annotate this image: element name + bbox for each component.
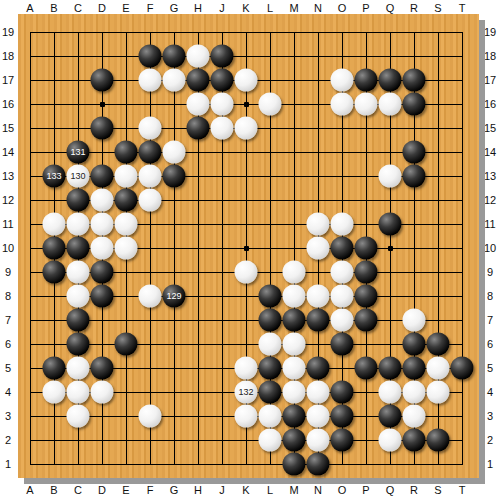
black-stone xyxy=(403,141,426,164)
black-stone xyxy=(43,357,66,380)
column-label: N xyxy=(308,3,328,14)
row-label: 13 xyxy=(480,171,500,182)
black-stone xyxy=(307,357,330,380)
black-stone xyxy=(403,357,426,380)
column-label: E xyxy=(116,3,136,14)
white-stone xyxy=(67,213,90,236)
white-stone xyxy=(379,429,402,452)
white-stone xyxy=(115,237,138,260)
white-stone xyxy=(235,357,258,380)
black-stone xyxy=(67,309,90,332)
white-stone xyxy=(379,93,402,116)
white-stone xyxy=(307,285,330,308)
column-label: G xyxy=(164,3,184,14)
black-stone xyxy=(259,285,282,308)
black-stone xyxy=(187,69,210,92)
move-number-label: 131 xyxy=(70,148,85,157)
row-label: 2 xyxy=(480,435,500,446)
black-stone xyxy=(427,333,450,356)
white-stone xyxy=(91,381,114,404)
row-label: 10 xyxy=(480,243,500,254)
white-stone xyxy=(43,213,66,236)
column-label: O xyxy=(332,485,352,496)
column-label: C xyxy=(68,3,88,14)
column-label: B xyxy=(44,3,64,14)
row-label: 18 xyxy=(0,51,18,62)
black-stone xyxy=(67,333,90,356)
white-stone xyxy=(163,141,186,164)
column-label: H xyxy=(188,485,208,496)
white-stone xyxy=(307,429,330,452)
star-point xyxy=(244,102,249,107)
white-stone xyxy=(211,93,234,116)
white-stone xyxy=(379,381,402,404)
white-stone xyxy=(331,261,354,284)
white-stone xyxy=(211,117,234,140)
white-stone xyxy=(379,165,402,188)
white-stone xyxy=(259,93,282,116)
white-stone xyxy=(331,69,354,92)
white-stone xyxy=(283,285,306,308)
white-stone xyxy=(403,381,426,404)
row-label: 19 xyxy=(480,27,500,38)
black-stone xyxy=(259,309,282,332)
row-label: 14 xyxy=(0,147,18,158)
white-stone xyxy=(259,405,282,428)
grid-line-vertical xyxy=(462,32,463,465)
column-label: A xyxy=(20,485,40,496)
column-label: F xyxy=(140,485,160,496)
white-stone xyxy=(355,93,378,116)
black-stone xyxy=(307,453,330,476)
black-stone xyxy=(283,405,306,428)
row-label: 17 xyxy=(480,75,500,86)
column-label: J xyxy=(212,485,232,496)
black-stone xyxy=(115,333,138,356)
black-stone xyxy=(355,285,378,308)
column-label: S xyxy=(428,485,448,496)
row-label: 11 xyxy=(480,219,500,230)
white-stone xyxy=(139,285,162,308)
row-label: 18 xyxy=(480,51,500,62)
black-stone xyxy=(283,453,306,476)
column-label: Q xyxy=(380,485,400,496)
row-label: 4 xyxy=(0,387,18,398)
black-stone xyxy=(91,285,114,308)
row-label: 17 xyxy=(0,75,18,86)
row-label: 8 xyxy=(480,291,500,302)
row-label: 19 xyxy=(0,27,18,38)
column-label: P xyxy=(356,485,376,496)
white-stone xyxy=(283,357,306,380)
black-stone xyxy=(163,165,186,188)
black-stone xyxy=(211,69,234,92)
white-stone xyxy=(307,381,330,404)
white-stone xyxy=(331,285,354,308)
column-label: G xyxy=(164,485,184,496)
row-label: 5 xyxy=(480,363,500,374)
black-stone xyxy=(403,69,426,92)
move-number-label: 130 xyxy=(70,172,85,181)
white-stone xyxy=(187,45,210,68)
row-label: 12 xyxy=(480,195,500,206)
black-stone xyxy=(379,405,402,428)
row-label: 14 xyxy=(480,147,500,158)
column-label: Q xyxy=(380,3,400,14)
black-stone: 131 xyxy=(67,141,90,164)
column-label: L xyxy=(260,3,280,14)
black-stone xyxy=(91,117,114,140)
black-stone xyxy=(91,69,114,92)
white-stone xyxy=(331,213,354,236)
row-label: 9 xyxy=(480,267,500,278)
black-stone xyxy=(115,141,138,164)
black-stone xyxy=(91,165,114,188)
black-stone xyxy=(355,261,378,284)
column-label: J xyxy=(212,3,232,14)
black-stone xyxy=(451,357,474,380)
white-stone xyxy=(403,405,426,428)
black-stone xyxy=(259,357,282,380)
white-stone xyxy=(307,405,330,428)
black-stone xyxy=(139,141,162,164)
go-diagram: ABCDEFGHJKLMNOPQRST ABCDEFGHJKLMNOPQRST … xyxy=(0,0,500,500)
column-label: K xyxy=(236,485,256,496)
column-label: R xyxy=(404,485,424,496)
black-stone xyxy=(259,381,282,404)
star-point xyxy=(100,102,105,107)
white-stone xyxy=(235,405,258,428)
black-stone xyxy=(379,357,402,380)
white-stone xyxy=(139,117,162,140)
black-stone xyxy=(379,213,402,236)
black-stone xyxy=(91,357,114,380)
white-stone xyxy=(139,69,162,92)
column-label: F xyxy=(140,3,160,14)
black-stone xyxy=(331,237,354,260)
row-label: 7 xyxy=(480,315,500,326)
white-stone xyxy=(139,165,162,188)
white-stone xyxy=(187,93,210,116)
row-label: 1 xyxy=(480,459,500,470)
column-label: R xyxy=(404,3,424,14)
white-stone xyxy=(67,261,90,284)
white-stone xyxy=(235,117,258,140)
black-stone xyxy=(67,237,90,260)
white-stone xyxy=(307,213,330,236)
black-stone xyxy=(283,309,306,332)
row-label: 6 xyxy=(480,339,500,350)
column-label: D xyxy=(92,3,112,14)
column-label: K xyxy=(236,3,256,14)
row-label: 3 xyxy=(480,411,500,422)
white-stone xyxy=(91,189,114,212)
black-stone xyxy=(331,429,354,452)
row-label: 11 xyxy=(0,219,18,230)
black-stone xyxy=(355,237,378,260)
white-stone xyxy=(283,333,306,356)
column-label: D xyxy=(92,485,112,496)
black-stone xyxy=(403,333,426,356)
black-stone: 133 xyxy=(43,165,66,188)
black-stone xyxy=(283,429,306,452)
black-stone xyxy=(355,357,378,380)
black-stone xyxy=(331,381,354,404)
white-stone xyxy=(259,429,282,452)
black-stone xyxy=(403,165,426,188)
black-stone xyxy=(331,405,354,428)
column-label: H xyxy=(188,3,208,14)
row-label: 1 xyxy=(0,459,18,470)
row-label: 16 xyxy=(480,99,500,110)
column-label: T xyxy=(452,485,472,496)
column-label: S xyxy=(428,3,448,14)
black-stone xyxy=(43,261,66,284)
white-stone xyxy=(91,237,114,260)
white-stone xyxy=(67,381,90,404)
row-label: 15 xyxy=(0,123,18,134)
black-stone xyxy=(91,261,114,284)
white-stone xyxy=(403,309,426,332)
column-label: M xyxy=(284,485,304,496)
row-label: 16 xyxy=(0,99,18,110)
column-label: P xyxy=(356,3,376,14)
white-stone xyxy=(283,261,306,284)
column-label: O xyxy=(332,3,352,14)
white-stone xyxy=(331,309,354,332)
black-stone xyxy=(163,45,186,68)
white-stone xyxy=(235,69,258,92)
white-stone xyxy=(67,357,90,380)
row-label: 15 xyxy=(480,123,500,134)
black-stone xyxy=(43,237,66,260)
black-stone xyxy=(211,45,234,68)
black-stone: 129 xyxy=(163,285,186,308)
move-number-label: 133 xyxy=(46,172,61,181)
row-label: 6 xyxy=(0,339,18,350)
black-stone xyxy=(187,117,210,140)
row-label: 9 xyxy=(0,267,18,278)
white-stone xyxy=(139,189,162,212)
white-stone xyxy=(163,69,186,92)
move-number-label: 129 xyxy=(166,292,181,301)
grid-line-vertical xyxy=(30,32,31,465)
black-stone xyxy=(355,69,378,92)
black-stone xyxy=(139,45,162,68)
black-stone xyxy=(67,189,90,212)
column-label: T xyxy=(452,3,472,14)
row-label: 3 xyxy=(0,411,18,422)
black-stone xyxy=(355,309,378,332)
star-point xyxy=(244,246,249,251)
white-stone xyxy=(331,93,354,116)
white-stone xyxy=(91,213,114,236)
black-stone xyxy=(379,69,402,92)
column-label: E xyxy=(116,485,136,496)
row-label: 12 xyxy=(0,195,18,206)
white-stone xyxy=(115,213,138,236)
white-stone xyxy=(67,405,90,428)
white-stone xyxy=(307,237,330,260)
row-label: 4 xyxy=(480,387,500,398)
black-stone xyxy=(331,333,354,356)
white-stone xyxy=(259,333,282,356)
row-label: 8 xyxy=(0,291,18,302)
row-label: 7 xyxy=(0,315,18,326)
white-stone xyxy=(427,381,450,404)
white-stone xyxy=(283,381,306,404)
column-label: A xyxy=(20,3,40,14)
white-stone xyxy=(43,381,66,404)
white-stone: 132 xyxy=(235,381,258,404)
black-stone xyxy=(403,429,426,452)
white-stone xyxy=(427,357,450,380)
white-stone xyxy=(115,165,138,188)
go-board[interactable]: 131133130129132 xyxy=(18,14,479,478)
black-stone xyxy=(403,93,426,116)
star-point xyxy=(388,246,393,251)
black-stone xyxy=(307,309,330,332)
white-stone: 130 xyxy=(67,165,90,188)
white-stone xyxy=(139,405,162,428)
column-label: C xyxy=(68,485,88,496)
move-number-label: 132 xyxy=(238,388,253,397)
row-label: 13 xyxy=(0,171,18,182)
grid-line-vertical xyxy=(150,32,151,465)
row-label: 2 xyxy=(0,435,18,446)
column-label: N xyxy=(308,485,328,496)
white-stone xyxy=(67,285,90,308)
column-label: M xyxy=(284,3,304,14)
grid-line-vertical xyxy=(174,32,175,465)
row-label: 10 xyxy=(0,243,18,254)
column-label: L xyxy=(260,485,280,496)
white-stone xyxy=(235,261,258,284)
black-stone xyxy=(115,189,138,212)
column-label: B xyxy=(44,485,64,496)
row-label: 5 xyxy=(0,363,18,374)
black-stone xyxy=(427,429,450,452)
